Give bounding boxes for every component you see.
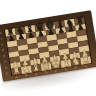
rank-label-1: 1 bbox=[3, 70, 10, 77]
square-h1: ♜ bbox=[80, 56, 91, 64]
chess-set-photo: 87654321 ABCDEFGH ♜♞♝♛♚♝♞♜♟♟♟♟♟♟♟♟♟♟♟♟♟♟… bbox=[0, 0, 96, 96]
piece-white-rook: ♜ bbox=[81, 55, 90, 66]
piece-white-rook: ♜ bbox=[12, 66, 21, 77]
